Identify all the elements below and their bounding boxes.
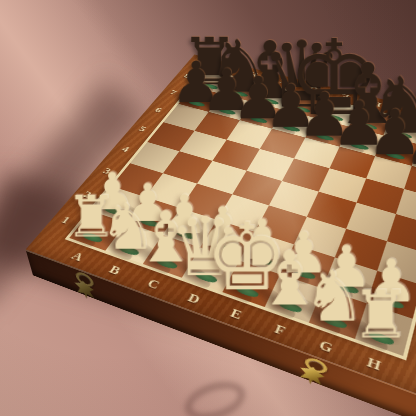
chess-photo-scene: AA88BB77CC66DD55EE44FF33GG22HH11 ♜♞♝♛♚♝♞…	[0, 0, 416, 416]
scene-3d: AA88BB77CC66DD55EE44FF33GG22HH11 ♜♞♝♛♚♝♞…	[0, 0, 416, 416]
chess-case: AA88BB77CC66DD55EE44FF33GG22HH11 ♜♞♝♛♚♝♞…	[26, 54, 416, 400]
brass-latch-left-icon	[71, 270, 98, 307]
piece-white-rook-h1[interactable]: ♜	[324, 282, 416, 348]
brass-latch-right-icon	[296, 355, 328, 393]
